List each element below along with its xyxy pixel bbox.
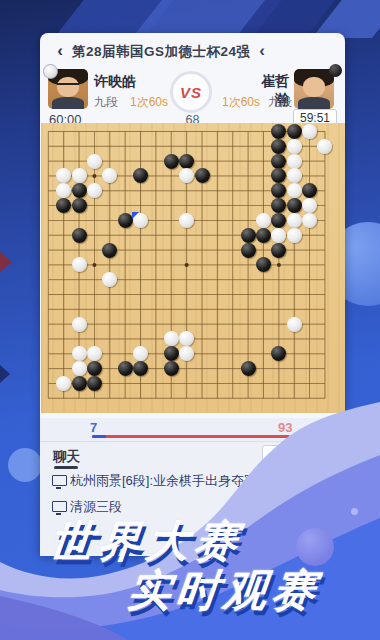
- white-stone: [72, 168, 87, 183]
- player-left-byoyomi: 1次60s: [130, 94, 168, 111]
- white-stone: [287, 154, 302, 169]
- edge-triangle-red: [0, 252, 12, 272]
- white-stone: [72, 317, 87, 332]
- white-stone: [287, 213, 302, 228]
- header: ‹ 第28届韩国GS加德士杯24强 ‹: [40, 33, 345, 71]
- white-stone: [287, 139, 302, 154]
- player-right-rank: 九段: [268, 94, 292, 111]
- white-stone: [256, 213, 271, 228]
- white-stone: [72, 257, 87, 272]
- back-icon[interactable]: ‹: [50, 41, 70, 61]
- winrate-bar: [92, 435, 290, 438]
- small-dot: [351, 508, 358, 515]
- black-stone: [72, 183, 87, 198]
- black-stone: [164, 361, 179, 376]
- player-right-avatar[interactable]: [294, 69, 334, 109]
- black-stone: [102, 243, 117, 258]
- white-stone: [287, 183, 302, 198]
- winrate-right-value: 93: [278, 420, 292, 435]
- white-stone: [287, 317, 302, 332]
- black-stone: [118, 361, 133, 376]
- player-left-name: 许映皓: [94, 73, 136, 91]
- change-room-button[interactable]: 换房: [290, 446, 316, 464]
- black-stone: [72, 198, 87, 213]
- white-stone: [133, 213, 148, 228]
- collapse-chat-button[interactable]: ‹: [262, 445, 284, 463]
- black-stone: [271, 243, 286, 258]
- vs-badge: VS: [170, 71, 212, 113]
- white-stone: [72, 346, 87, 361]
- chat-message: 杭州雨景[6段]:业余棋手出身夺冠: [52, 472, 257, 490]
- player-right-byoyomi: 1次60s: [222, 94, 260, 111]
- tv-icon: [52, 475, 67, 486]
- glasses: [57, 83, 79, 91]
- black-stone: [164, 154, 179, 169]
- collapse-header-icon[interactable]: ‹: [252, 41, 272, 61]
- black-stone: [195, 168, 210, 183]
- black-stone: [271, 154, 286, 169]
- tv-icon: [52, 501, 67, 512]
- edge-triangle-dark: [0, 365, 10, 383]
- winrate-left-value: 7: [90, 420, 97, 435]
- banner-line-2: 实时观赛: [125, 562, 323, 620]
- black-stone: [241, 361, 256, 376]
- tab-chat[interactable]: 聊天: [53, 448, 80, 466]
- black-stone: [118, 213, 133, 228]
- black-stone: [241, 243, 256, 258]
- white-stone-badge: [43, 64, 58, 79]
- white-stone: [56, 376, 71, 391]
- black-stone: [256, 228, 271, 243]
- white-stone: [271, 228, 286, 243]
- black-stone: [164, 346, 179, 361]
- white-stone: [302, 124, 317, 139]
- black-stone: [179, 154, 194, 169]
- black-stone: [287, 124, 302, 139]
- purple-circle: [296, 528, 334, 566]
- white-stone: [87, 154, 102, 169]
- white-stone: [179, 213, 194, 228]
- black-stone: [87, 361, 102, 376]
- black-stone: [87, 376, 102, 391]
- white-stone: [302, 213, 317, 228]
- player-left-rank: 九段: [94, 94, 118, 111]
- chat-tab-underline: [54, 466, 78, 469]
- black-stone: [72, 376, 87, 391]
- winrate-panel: 7 93: [40, 418, 345, 441]
- black-stone: [241, 228, 256, 243]
- match-title: 第28届韩国GS加德士杯24强: [72, 43, 251, 61]
- black-stone-badge: [329, 64, 342, 77]
- bg-circle-left: [8, 448, 42, 482]
- winrate-bar-fill: [92, 435, 106, 438]
- black-stone: [72, 228, 87, 243]
- go-board[interactable]: [41, 123, 345, 413]
- match-card: ‹ 第28届韩国GS加德士杯24强 ‹ 许映皓 崔哲瀚 九段 1次60s 1次6…: [40, 33, 345, 555]
- black-stone: [287, 198, 302, 213]
- last-move-marker: [132, 212, 139, 219]
- white-stone: [287, 228, 302, 243]
- white-stone: [72, 361, 87, 376]
